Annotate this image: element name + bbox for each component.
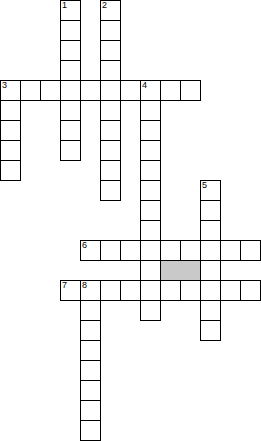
grid-cell[interactable] <box>80 400 101 421</box>
grid-cell[interactable] <box>100 40 121 61</box>
grid-cell[interactable] <box>20 80 41 101</box>
grid-cell[interactable] <box>80 420 101 441</box>
grid-cell[interactable] <box>240 280 261 301</box>
grid-cell[interactable] <box>200 220 221 241</box>
grid-cell[interactable] <box>100 100 121 121</box>
grid-cell[interactable] <box>100 160 121 181</box>
grid-cell[interactable] <box>160 280 181 301</box>
grid-cell[interactable] <box>200 300 221 321</box>
grid-cell[interactable] <box>0 140 21 161</box>
grid-cell[interactable] <box>100 180 121 201</box>
grid-cell[interactable] <box>0 120 21 141</box>
grid-cell[interactable] <box>220 280 241 301</box>
grid-cell[interactable] <box>100 20 121 41</box>
clue-number: 3 <box>2 81 7 90</box>
grid-cell[interactable] <box>60 80 81 101</box>
grid-cell[interactable] <box>100 140 121 161</box>
grid-cell[interactable] <box>0 160 21 181</box>
grid-cell[interactable] <box>140 220 161 241</box>
grid-cell[interactable] <box>140 280 161 301</box>
grid-cell[interactable] <box>80 80 101 101</box>
grid-cell[interactable] <box>220 240 241 261</box>
clue-number: 8 <box>82 281 87 290</box>
clue-number: 7 <box>62 281 67 290</box>
clue-number: 6 <box>82 241 87 250</box>
grid-cell[interactable] <box>240 240 261 261</box>
grid-cell[interactable] <box>200 240 221 261</box>
grid-cell[interactable] <box>180 280 201 301</box>
grid-cell[interactable] <box>140 260 161 281</box>
grid-cell[interactable] <box>40 80 61 101</box>
grid-cell[interactable] <box>140 200 161 221</box>
grid-cell[interactable] <box>80 300 101 321</box>
grid-cell[interactable] <box>80 360 101 381</box>
grid-cell[interactable] <box>140 140 161 161</box>
grid-cell[interactable] <box>80 340 101 361</box>
crossword-board: 12345678 <box>0 0 261 441</box>
grid-cell[interactable] <box>60 100 81 121</box>
grid-cell[interactable] <box>140 300 161 321</box>
grid-cell[interactable] <box>200 200 221 221</box>
grid-cell[interactable] <box>100 280 121 301</box>
grid-cell[interactable] <box>140 160 161 181</box>
grid-cell[interactable] <box>200 320 221 341</box>
grid-cell[interactable] <box>180 80 201 101</box>
grid-cell[interactable] <box>100 120 121 141</box>
grid-cell[interactable] <box>80 380 101 401</box>
grid-cell[interactable] <box>160 240 181 261</box>
grid-cell[interactable] <box>60 20 81 41</box>
grid-cell[interactable] <box>140 120 161 141</box>
grid-cell[interactable] <box>160 80 181 101</box>
grid-cell[interactable] <box>120 80 141 101</box>
grid-cell[interactable] <box>140 100 161 121</box>
grid-cell[interactable] <box>0 100 21 121</box>
grid-cell[interactable] <box>60 60 81 81</box>
grid-cell[interactable] <box>80 320 101 341</box>
grid-cell[interactable] <box>60 140 81 161</box>
clue-number: 4 <box>142 81 147 90</box>
grid-cell[interactable] <box>60 120 81 141</box>
grid-cell[interactable] <box>140 180 161 201</box>
grid-cell[interactable] <box>200 260 221 281</box>
grid-cell[interactable] <box>100 240 121 261</box>
grid-cell[interactable] <box>60 40 81 61</box>
grid-cell[interactable] <box>140 240 161 261</box>
grid-cell[interactable] <box>200 280 221 301</box>
grid-cell[interactable] <box>180 240 201 261</box>
clue-number: 2 <box>102 1 107 10</box>
grid-cell[interactable] <box>120 280 141 301</box>
clue-number: 1 <box>62 1 67 10</box>
clue-number: 5 <box>202 181 207 190</box>
grid-cell[interactable] <box>100 60 121 81</box>
shaded-cell <box>160 260 201 281</box>
grid-cell[interactable] <box>100 80 121 101</box>
grid-cell[interactable] <box>120 240 141 261</box>
